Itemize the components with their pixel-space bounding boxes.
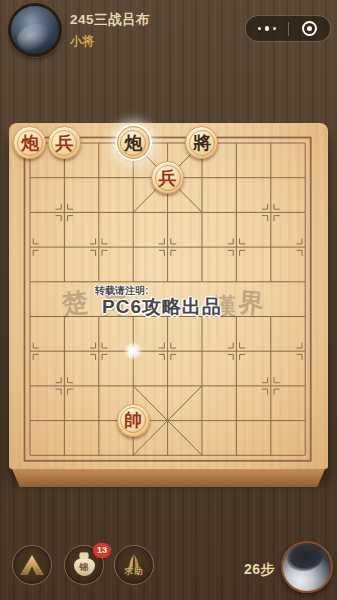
app-screen: 245三战吕布 小将 楚 河 漢 界 转载请注明: PC6攻略出品 炮兵炮將兵帥… bbox=[0, 0, 337, 600]
chevron-up-icon bbox=[20, 555, 44, 575]
last-move-origin-glow bbox=[124, 342, 142, 360]
rank-label: 小将 bbox=[70, 33, 94, 50]
bag-char: 锦 bbox=[80, 561, 89, 574]
piece-red-炮[interactable]: 炮 bbox=[13, 126, 46, 159]
player-avatar[interactable] bbox=[8, 3, 62, 57]
collapse-button[interactable] bbox=[12, 545, 52, 585]
ask-help-button[interactable]: 求助 bbox=[114, 545, 154, 585]
piece-red-兵[interactable]: 兵 bbox=[48, 126, 81, 159]
pieces-layer: 炮兵炮將兵帥 bbox=[13, 126, 323, 473]
move-counter: 26步 bbox=[244, 561, 275, 579]
miniprogram-capsule bbox=[245, 15, 331, 42]
gift-bag-icon: 锦 bbox=[74, 558, 95, 576]
hint-count-badge: 13 bbox=[93, 543, 111, 558]
piece-red-帥[interactable]: 帥 bbox=[117, 404, 150, 437]
hint-bag-button[interactable]: 锦 13 bbox=[64, 545, 104, 585]
more-menu-icon[interactable] bbox=[246, 26, 288, 31]
piece-red-兵[interactable]: 兵 bbox=[151, 161, 184, 194]
level-title: 245三战吕布 bbox=[70, 11, 150, 29]
footer-bar: 锦 13 求助 26步 bbox=[0, 538, 337, 600]
opponent-avatar[interactable] bbox=[281, 541, 333, 593]
header-bar: 245三战吕布 小将 bbox=[0, 0, 337, 60]
piece-black-將[interactable]: 將 bbox=[185, 126, 218, 159]
record-circle-icon[interactable] bbox=[289, 21, 331, 36]
piece-black-炮[interactable]: 炮 bbox=[117, 126, 150, 159]
help-label: 求助 bbox=[125, 566, 144, 578]
